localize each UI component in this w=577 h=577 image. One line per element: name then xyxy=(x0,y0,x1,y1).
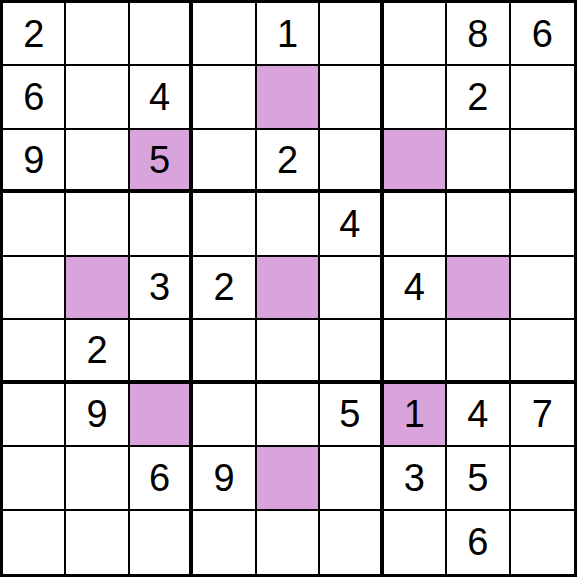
given-digit: 3 xyxy=(404,459,425,497)
sudoku-cell-r6c6[interactable] xyxy=(320,320,383,383)
sudoku-cell-r8c9[interactable] xyxy=(511,447,574,510)
sudoku-cell-r2c3[interactable]: 4 xyxy=(130,66,193,129)
given-digit: 9 xyxy=(87,395,108,433)
sudoku-cell-r7c3[interactable] xyxy=(130,384,193,447)
sudoku-cell-r5c7[interactable]: 4 xyxy=(384,257,447,320)
sudoku-cell-r3c6[interactable] xyxy=(320,130,383,193)
given-digit: 5 xyxy=(339,395,360,433)
given-digit: 3 xyxy=(149,268,170,306)
sudoku-cell-r4c4[interactable] xyxy=(193,193,256,256)
sudoku-cell-r6c2[interactable]: 2 xyxy=(66,320,129,383)
sudoku-cell-r1c6[interactable] xyxy=(320,3,383,66)
given-digit: 1 xyxy=(404,395,425,433)
sudoku-cell-r3c4[interactable] xyxy=(193,130,256,193)
sudoku-cell-r8c5[interactable] xyxy=(257,447,320,510)
sudoku-cell-r4c7[interactable] xyxy=(384,193,447,256)
given-digit: 4 xyxy=(404,268,425,306)
given-digit: 6 xyxy=(23,78,44,116)
given-digit: 8 xyxy=(467,15,488,53)
sudoku-cell-r2c8[interactable]: 2 xyxy=(447,66,510,129)
sudoku-cell-r1c3[interactable] xyxy=(130,3,193,66)
sudoku-cell-r2c9[interactable] xyxy=(511,66,574,129)
sudoku-cell-r7c7[interactable]: 1 xyxy=(384,384,447,447)
sudoku-cell-r3c9[interactable] xyxy=(511,130,574,193)
given-digit: 7 xyxy=(532,395,553,433)
given-digit: 2 xyxy=(87,331,108,369)
sudoku-cell-r5c2[interactable] xyxy=(66,257,129,320)
sudoku-cell-r9c1[interactable] xyxy=(3,511,66,574)
sudoku-cell-r4c9[interactable] xyxy=(511,193,574,256)
given-digit: 6 xyxy=(532,15,553,53)
sudoku-cell-r1c9[interactable]: 6 xyxy=(511,3,574,66)
sudoku-cell-r2c2[interactable] xyxy=(66,66,129,129)
sudoku-cell-r4c1[interactable] xyxy=(3,193,66,256)
sudoku-cell-r1c7[interactable] xyxy=(384,3,447,66)
given-digit: 6 xyxy=(467,523,488,561)
sudoku-cell-r2c4[interactable] xyxy=(193,66,256,129)
sudoku-cell-r9c5[interactable] xyxy=(257,511,320,574)
sudoku-cell-r9c8[interactable]: 6 xyxy=(447,511,510,574)
sudoku-cell-r2c1[interactable]: 6 xyxy=(3,66,66,129)
sudoku-cell-r2c5[interactable] xyxy=(257,66,320,129)
sudoku-cell-r7c1[interactable] xyxy=(3,384,66,447)
given-digit: 5 xyxy=(467,459,488,497)
sudoku-cell-r6c4[interactable] xyxy=(193,320,256,383)
sudoku-cell-r8c3[interactable]: 6 xyxy=(130,447,193,510)
sudoku-cell-r8c4[interactable]: 9 xyxy=(193,447,256,510)
sudoku-cell-r5c1[interactable] xyxy=(3,257,66,320)
given-digit: 4 xyxy=(149,78,170,116)
sudoku-cell-r4c5[interactable] xyxy=(257,193,320,256)
sudoku-cell-r3c1[interactable]: 9 xyxy=(3,130,66,193)
given-digit: 1 xyxy=(277,15,298,53)
sudoku-cell-r7c4[interactable] xyxy=(193,384,256,447)
sudoku-cell-r9c2[interactable] xyxy=(66,511,129,574)
sudoku-cell-r3c2[interactable] xyxy=(66,130,129,193)
sudoku-cell-r5c5[interactable] xyxy=(257,257,320,320)
sudoku-cell-r8c6[interactable] xyxy=(320,447,383,510)
sudoku-cell-r5c8[interactable] xyxy=(447,257,510,320)
sudoku-cell-r2c6[interactable] xyxy=(320,66,383,129)
sudoku-cell-r7c6[interactable]: 5 xyxy=(320,384,383,447)
sudoku-cell-r7c8[interactable]: 4 xyxy=(447,384,510,447)
sudoku-cell-r6c9[interactable] xyxy=(511,320,574,383)
sudoku-cell-r5c4[interactable]: 2 xyxy=(193,257,256,320)
sudoku-cell-r3c8[interactable] xyxy=(447,130,510,193)
sudoku-cell-r5c6[interactable] xyxy=(320,257,383,320)
sudoku-cell-r6c5[interactable] xyxy=(257,320,320,383)
sudoku-cell-r1c4[interactable] xyxy=(193,3,256,66)
sudoku-cell-r3c7[interactable] xyxy=(384,130,447,193)
sudoku-cell-r9c6[interactable] xyxy=(320,511,383,574)
sudoku-cell-r7c2[interactable]: 9 xyxy=(66,384,129,447)
sudoku-cell-r1c1[interactable]: 2 xyxy=(3,3,66,66)
sudoku-cell-r9c4[interactable] xyxy=(193,511,256,574)
sudoku-cell-r9c3[interactable] xyxy=(130,511,193,574)
sudoku-cell-r6c1[interactable] xyxy=(3,320,66,383)
given-digit: 9 xyxy=(213,459,234,497)
given-digit: 4 xyxy=(339,205,360,243)
sudoku-cell-r1c5[interactable]: 1 xyxy=(257,3,320,66)
sudoku-cell-r4c6[interactable]: 4 xyxy=(320,193,383,256)
sudoku-cell-r3c5[interactable]: 2 xyxy=(257,130,320,193)
given-digit: 5 xyxy=(149,141,170,179)
sudoku-cell-r6c7[interactable] xyxy=(384,320,447,383)
sudoku-cell-r5c9[interactable] xyxy=(511,257,574,320)
sudoku-cell-r6c3[interactable] xyxy=(130,320,193,383)
sudoku-board: 2186642952432429514769356 xyxy=(0,0,577,577)
sudoku-cell-r4c2[interactable] xyxy=(66,193,129,256)
sudoku-cell-r3c3[interactable]: 5 xyxy=(130,130,193,193)
sudoku-cell-r8c8[interactable]: 5 xyxy=(447,447,510,510)
sudoku-cell-r4c8[interactable] xyxy=(447,193,510,256)
sudoku-cell-r7c5[interactable] xyxy=(257,384,320,447)
sudoku-cell-r7c9[interactable]: 7 xyxy=(511,384,574,447)
given-digit: 2 xyxy=(23,15,44,53)
given-digit: 9 xyxy=(23,141,44,179)
sudoku-cell-r2c7[interactable] xyxy=(384,66,447,129)
given-digit: 2 xyxy=(277,141,298,179)
sudoku-cell-r1c8[interactable]: 8 xyxy=(447,3,510,66)
given-digit: 4 xyxy=(467,395,488,433)
sudoku-cell-r5c3[interactable]: 3 xyxy=(130,257,193,320)
sudoku-cell-r8c2[interactable] xyxy=(66,447,129,510)
sudoku-cell-r9c7[interactable] xyxy=(384,511,447,574)
sudoku-cell-r8c7[interactable]: 3 xyxy=(384,447,447,510)
sudoku-cell-r1c2[interactable] xyxy=(66,3,129,66)
sudoku-cell-r6c8[interactable] xyxy=(447,320,510,383)
given-digit: 2 xyxy=(213,268,234,306)
sudoku-cell-r9c9[interactable] xyxy=(511,511,574,574)
sudoku-cell-r8c1[interactable] xyxy=(3,447,66,510)
sudoku-cell-r4c3[interactable] xyxy=(130,193,193,256)
given-digit: 6 xyxy=(149,459,170,497)
given-digit: 2 xyxy=(467,78,488,116)
